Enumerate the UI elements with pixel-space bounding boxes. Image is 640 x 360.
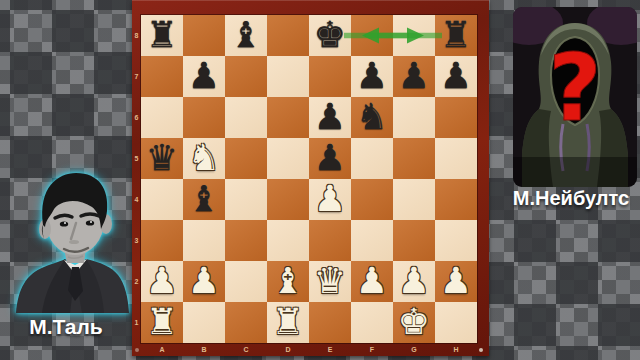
square-h4[interactable] — [435, 179, 477, 220]
white-pawn: ♟ — [440, 263, 472, 299]
square-b2[interactable]: ♟ — [183, 261, 225, 302]
square-e3[interactable] — [309, 220, 351, 261]
square-f6[interactable]: ♞ — [351, 97, 393, 138]
video-thumbnail-frame: М.Таль 87654321 ♜♝♚♜♟♟♟♟♟♞♛♞♟♝♟♟♟♝♛♟♟♟♜♜… — [0, 0, 640, 360]
square-d1[interactable]: ♜ — [267, 302, 309, 343]
square-g6[interactable] — [393, 97, 435, 138]
black-rook: ♜ — [146, 17, 178, 53]
black-pawn: ♟ — [314, 99, 346, 135]
tal-portrait-illustration — [12, 163, 133, 313]
square-a2[interactable]: ♟ — [141, 261, 183, 302]
square-a3[interactable] — [141, 220, 183, 261]
black-queen: ♛ — [146, 140, 178, 176]
white-pawn: ♟ — [146, 263, 178, 299]
square-e2[interactable]: ♛ — [309, 261, 351, 302]
black-player-photo: ? — [513, 7, 637, 187]
square-g4[interactable] — [393, 179, 435, 220]
square-g2[interactable]: ♟ — [393, 261, 435, 302]
file-label-h: H — [435, 343, 477, 356]
rank-label-6: 6 — [132, 97, 141, 138]
file-label-e: E — [309, 343, 351, 356]
square-b6[interactable] — [183, 97, 225, 138]
white-player-photo — [12, 163, 133, 313]
square-h6[interactable] — [435, 97, 477, 138]
square-c6[interactable] — [225, 97, 267, 138]
file-label-d: D — [267, 343, 309, 356]
square-f5[interactable] — [351, 138, 393, 179]
square-a1[interactable]: ♜ — [141, 302, 183, 343]
black-pawn: ♟ — [398, 58, 430, 94]
square-e4[interactable]: ♟ — [309, 179, 351, 220]
square-f3[interactable] — [351, 220, 393, 261]
white-rook: ♜ — [272, 304, 304, 340]
black-bishop: ♝ — [230, 17, 262, 53]
board-squares: ♜♝♚♜♟♟♟♟♟♞♛♞♟♝♟♟♟♝♛♟♟♟♜♜♚ — [141, 15, 477, 343]
square-g1[interactable]: ♚ — [393, 302, 435, 343]
hooded-figure-illustration: ? — [513, 7, 637, 187]
square-a4[interactable] — [141, 179, 183, 220]
square-b3[interactable] — [183, 220, 225, 261]
square-c7[interactable] — [225, 56, 267, 97]
square-b5[interactable]: ♞ — [183, 138, 225, 179]
white-queen: ♛ — [314, 263, 346, 299]
rank-label-2: 2 — [132, 261, 141, 302]
black-pawn: ♟ — [314, 140, 346, 176]
white-knight: ♞ — [188, 140, 220, 176]
file-label-c: C — [225, 343, 267, 356]
black-bishop: ♝ — [188, 181, 220, 217]
square-e7[interactable] — [309, 56, 351, 97]
square-b7[interactable]: ♟ — [183, 56, 225, 97]
file-label-a: A — [141, 343, 183, 356]
black-pawn: ♟ — [356, 58, 388, 94]
square-c1[interactable] — [225, 302, 267, 343]
black-pawn: ♟ — [188, 58, 220, 94]
file-coordinates: ABCDEFGH — [141, 343, 477, 356]
square-f4[interactable] — [351, 179, 393, 220]
square-f7[interactable]: ♟ — [351, 56, 393, 97]
frame-screw — [135, 348, 139, 352]
square-b1[interactable] — [183, 302, 225, 343]
square-f1[interactable] — [351, 302, 393, 343]
square-g7[interactable]: ♟ — [393, 56, 435, 97]
square-h8[interactable]: ♜ — [435, 15, 477, 56]
square-a5[interactable]: ♛ — [141, 138, 183, 179]
black-rook: ♜ — [440, 17, 472, 53]
white-pawn: ♟ — [314, 181, 346, 217]
player-panel-white: М.Таль — [0, 0, 132, 360]
square-c4[interactable] — [225, 179, 267, 220]
square-g5[interactable] — [393, 138, 435, 179]
square-g8[interactable] — [393, 15, 435, 56]
black-player-name: М.Нейбултс — [502, 187, 640, 210]
square-d2[interactable]: ♝ — [267, 261, 309, 302]
square-h1[interactable] — [435, 302, 477, 343]
chess-board: 87654321 ♜♝♚♜♟♟♟♟♟♞♛♞♟♝♟♟♟♝♛♟♟♟♜♜♚ ABCDE… — [132, 0, 489, 356]
frame-screw — [479, 348, 483, 352]
square-a8[interactable]: ♜ — [141, 15, 183, 56]
square-f8[interactable] — [351, 15, 393, 56]
black-king: ♚ — [314, 17, 346, 53]
player-panel-black: ? М.Нейбултс — [489, 0, 640, 360]
white-bishop: ♝ — [272, 263, 304, 299]
square-d3[interactable] — [267, 220, 309, 261]
square-h5[interactable] — [435, 138, 477, 179]
file-label-f: F — [351, 343, 393, 356]
square-c3[interactable] — [225, 220, 267, 261]
square-d4[interactable] — [267, 179, 309, 220]
square-d6[interactable] — [267, 97, 309, 138]
rank-label-8: 8 — [132, 15, 141, 56]
square-h2[interactable]: ♟ — [435, 261, 477, 302]
square-h7[interactable]: ♟ — [435, 56, 477, 97]
square-g3[interactable] — [393, 220, 435, 261]
white-pawn: ♟ — [188, 263, 220, 299]
square-c8[interactable]: ♝ — [225, 15, 267, 56]
rank-label-4: 4 — [132, 179, 141, 220]
rank-label-7: 7 — [132, 56, 141, 97]
white-rook: ♜ — [146, 304, 178, 340]
file-label-g: G — [393, 343, 435, 356]
rank-label-5: 5 — [132, 138, 141, 179]
white-player-name: М.Таль — [0, 315, 132, 339]
white-pawn: ♟ — [356, 263, 388, 299]
square-d5[interactable] — [267, 138, 309, 179]
square-e5[interactable]: ♟ — [309, 138, 351, 179]
rank-label-1: 1 — [132, 302, 141, 343]
rank-label-3: 3 — [132, 220, 141, 261]
square-c5[interactable] — [225, 138, 267, 179]
rank-coordinates: 87654321 — [132, 15, 141, 343]
square-d7[interactable] — [267, 56, 309, 97]
square-c2[interactable] — [225, 261, 267, 302]
black-pawn: ♟ — [440, 58, 472, 94]
white-pawn: ♟ — [398, 263, 430, 299]
white-king: ♚ — [398, 304, 430, 340]
black-knight: ♞ — [356, 99, 388, 135]
square-a7[interactable] — [141, 56, 183, 97]
square-b8[interactable] — [183, 15, 225, 56]
square-h3[interactable] — [435, 220, 477, 261]
square-e1[interactable] — [309, 302, 351, 343]
square-e6[interactable]: ♟ — [309, 97, 351, 138]
mystery-question-mark: ? — [548, 35, 601, 142]
square-d8[interactable] — [267, 15, 309, 56]
square-f2[interactable]: ♟ — [351, 261, 393, 302]
square-a6[interactable] — [141, 97, 183, 138]
square-e8[interactable]: ♚ — [309, 15, 351, 56]
file-label-b: B — [183, 343, 225, 356]
square-b4[interactable]: ♝ — [183, 179, 225, 220]
